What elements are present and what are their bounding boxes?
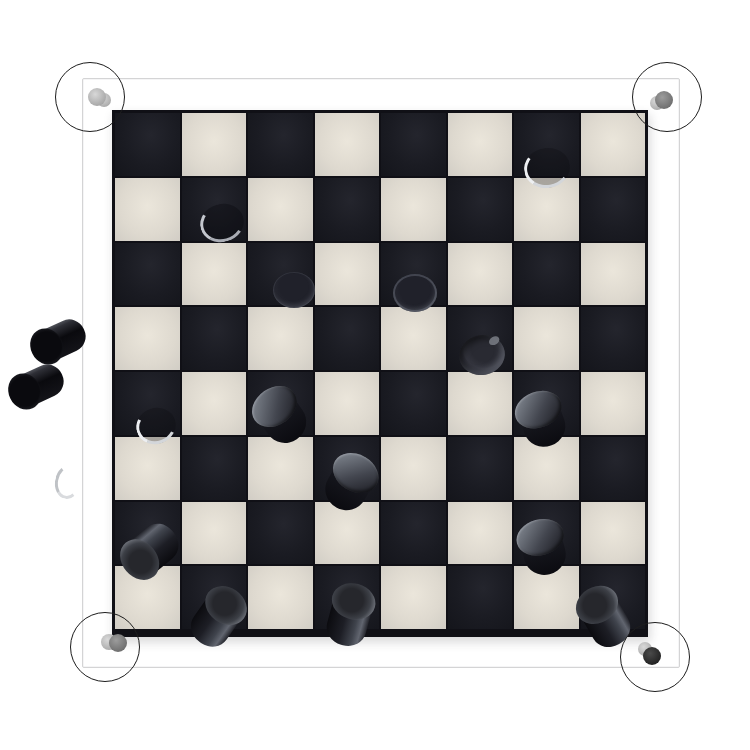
square-b2[interactable] xyxy=(182,502,247,565)
square-c7[interactable] xyxy=(248,178,313,241)
black-checker-e6[interactable] xyxy=(393,274,437,312)
square-h5[interactable] xyxy=(581,307,646,370)
square-a8[interactable] xyxy=(115,113,180,176)
square-f3[interactable] xyxy=(448,437,513,500)
square-h7[interactable] xyxy=(581,178,646,241)
square-f2[interactable] xyxy=(448,502,513,565)
square-a3[interactable] xyxy=(115,437,180,500)
annotation-circle-top-right xyxy=(632,62,702,132)
black-checker-offboard-lower[interactable] xyxy=(2,357,70,415)
square-h6[interactable] xyxy=(581,243,646,306)
black-checker-c6[interactable] xyxy=(273,272,315,308)
square-b8[interactable] xyxy=(182,113,247,176)
square-b5[interactable] xyxy=(182,307,247,370)
square-b3[interactable] xyxy=(182,437,247,500)
square-f6[interactable] xyxy=(448,243,513,306)
annotation-circle-bottom-left xyxy=(70,612,140,682)
annotation-circle-top-left xyxy=(55,62,125,132)
square-e1[interactable] xyxy=(381,566,446,629)
square-e4[interactable] xyxy=(381,372,446,435)
square-f8[interactable] xyxy=(448,113,513,176)
square-h4[interactable] xyxy=(581,372,646,435)
square-b6[interactable] xyxy=(182,243,247,306)
square-f1[interactable] xyxy=(448,566,513,629)
square-g5[interactable] xyxy=(514,307,579,370)
square-h2[interactable] xyxy=(581,502,646,565)
product-photo-stage xyxy=(0,0,750,750)
square-e3[interactable] xyxy=(381,437,446,500)
translucent-checker-offboard[interactable] xyxy=(52,463,84,501)
square-e2[interactable] xyxy=(381,502,446,565)
square-d7[interactable] xyxy=(315,178,380,241)
square-d4[interactable] xyxy=(315,372,380,435)
square-e7[interactable] xyxy=(381,178,446,241)
square-c1[interactable] xyxy=(248,566,313,629)
square-c2[interactable] xyxy=(248,502,313,565)
square-g6[interactable] xyxy=(514,243,579,306)
square-d6[interactable] xyxy=(315,243,380,306)
square-a6[interactable] xyxy=(115,243,180,306)
square-c8[interactable] xyxy=(248,113,313,176)
square-f4[interactable] xyxy=(448,372,513,435)
square-c5[interactable] xyxy=(248,307,313,370)
square-e5[interactable] xyxy=(381,307,446,370)
square-f7[interactable] xyxy=(448,178,513,241)
square-d8[interactable] xyxy=(315,113,380,176)
square-a5[interactable] xyxy=(115,307,180,370)
square-a7[interactable] xyxy=(115,178,180,241)
annotation-circle-bottom-right xyxy=(620,622,690,692)
square-b4[interactable] xyxy=(182,372,247,435)
square-h8[interactable] xyxy=(581,113,646,176)
square-h3[interactable] xyxy=(581,437,646,500)
square-e8[interactable] xyxy=(381,113,446,176)
square-d5[interactable] xyxy=(315,307,380,370)
